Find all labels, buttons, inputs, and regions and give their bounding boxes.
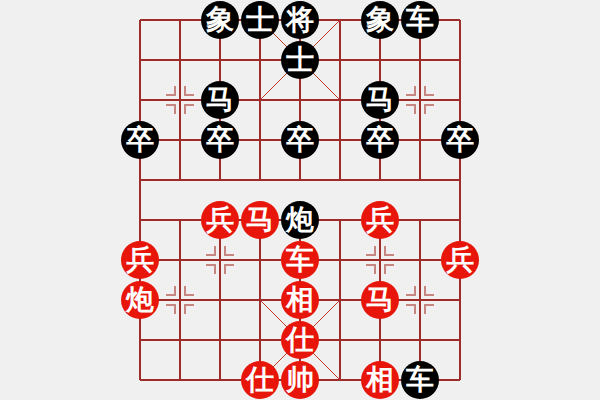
piece-black-soldier[interactable]: 卒 [441,121,479,159]
piece-red-advisor[interactable]: 仕 [241,361,279,399]
xiangqi-board[interactable]: 象士将象车士马马卒卒卒卒卒兵马炮兵兵车兵炮相马仕仕帅相车 [0,0,600,400]
piece-red-chariot[interactable]: 车 [281,241,319,279]
piece-black-chariot[interactable]: 车 [401,361,439,399]
piece-black-elephant[interactable]: 象 [361,1,399,39]
piece-red-elephant[interactable]: 相 [281,281,319,319]
piece-red-advisor[interactable]: 仕 [281,321,319,359]
piece-black-advisor[interactable]: 士 [281,41,319,79]
piece-black-elephant[interactable]: 象 [201,1,239,39]
piece-black-horse[interactable]: 马 [361,81,399,119]
piece-red-elephant[interactable]: 相 [361,361,399,399]
piece-black-soldier[interactable]: 卒 [121,121,159,159]
piece-black-chariot[interactable]: 车 [401,1,439,39]
board-intersections[interactable]: 象士将象车士马马卒卒卒卒卒兵马炮兵兵车兵炮相马仕仕帅相车 [120,0,480,400]
piece-red-soldier[interactable]: 兵 [361,201,399,239]
piece-red-soldier[interactable]: 兵 [441,241,479,279]
piece-black-soldier[interactable]: 卒 [201,121,239,159]
piece-red-horse[interactable]: 马 [361,281,399,319]
xiangqi-screen: 象士将象车士马马卒卒卒卒卒兵马炮兵兵车兵炮相马仕仕帅相车 [0,0,600,400]
piece-black-advisor[interactable]: 士 [241,1,279,39]
piece-black-king[interactable]: 将 [281,1,319,39]
piece-black-soldier[interactable]: 卒 [281,121,319,159]
piece-red-soldier[interactable]: 兵 [121,241,159,279]
piece-red-king[interactable]: 帅 [281,361,319,399]
piece-black-horse[interactable]: 马 [201,81,239,119]
piece-black-cannon[interactable]: 炮 [281,201,319,239]
piece-red-horse[interactable]: 马 [241,201,279,239]
piece-red-soldier[interactable]: 兵 [201,201,239,239]
piece-black-soldier[interactable]: 卒 [361,121,399,159]
piece-red-cannon[interactable]: 炮 [121,281,159,319]
